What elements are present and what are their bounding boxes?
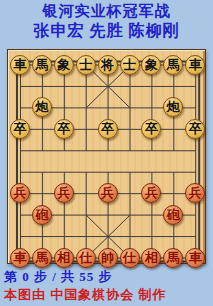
piece-red-elephant-right[interactable]: 相 [141, 248, 161, 268]
piece-red-advisor-left[interactable]: 仕 [76, 248, 96, 268]
board-grid [8, 50, 207, 265]
board[interactable]: 車馬象士将士象馬車炮炮卒卒卒卒卒兵兵兵兵兵砲砲車馬相仕帥仕相馬車 [7, 49, 206, 264]
piece-black-advisor-left[interactable]: 士 [76, 55, 96, 75]
piece-black-horse-right[interactable]: 馬 [163, 55, 183, 75]
piece-black-soldier-5[interactable]: 卒 [185, 119, 205, 139]
piece-red-chariot-right[interactable]: 車 [185, 248, 205, 268]
piece-red-general[interactable]: 帥 [98, 248, 118, 268]
move-counter: 第 0 步 / 共 55 步 [4, 268, 113, 286]
credit-line: 本图由 中国象棋协会 制作 [4, 286, 167, 304]
piece-black-general[interactable]: 将 [98, 55, 118, 75]
piece-red-advisor-right[interactable]: 仕 [120, 248, 140, 268]
piece-red-soldier-3[interactable]: 兵 [98, 183, 118, 203]
piece-black-advisor-right[interactable]: 士 [120, 55, 140, 75]
piece-black-horse-left[interactable]: 馬 [32, 55, 52, 75]
piece-black-elephant-left[interactable]: 象 [54, 55, 74, 75]
piece-black-chariot-right[interactable]: 車 [185, 55, 205, 75]
piece-red-horse-right[interactable]: 馬 [163, 248, 183, 268]
tournament-title: 银河实业杯冠军战 [0, 2, 213, 21]
piece-red-horse-left[interactable]: 馬 [32, 248, 52, 268]
piece-red-elephant-left[interactable]: 相 [54, 248, 74, 268]
piece-black-soldier-1[interactable]: 卒 [10, 119, 30, 139]
piece-red-cannon-left[interactable]: 砲 [32, 205, 52, 225]
players-result: 张申宏 先胜 陈柳刚 [0, 21, 213, 42]
piece-black-soldier-3[interactable]: 卒 [98, 119, 118, 139]
piece-black-elephant-right[interactable]: 象 [141, 55, 161, 75]
piece-red-soldier-2[interactable]: 兵 [54, 183, 74, 203]
piece-red-chariot-left[interactable]: 車 [10, 248, 30, 268]
piece-red-cannon-right[interactable]: 砲 [163, 205, 183, 225]
piece-black-chariot-left[interactable]: 車 [10, 55, 30, 75]
piece-black-soldier-2[interactable]: 卒 [54, 119, 74, 139]
